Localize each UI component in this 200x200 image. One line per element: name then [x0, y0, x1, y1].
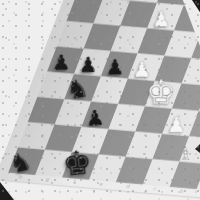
file-label-e: e	[86, 180, 116, 189]
file-label-g: g	[33, 175, 63, 184]
printed-bishop-mark-icon: ♗	[178, 146, 193, 163]
photo-canvas: ♟♟♟♟♟♞♚♟♟♞♚ hgfedcba ♗	[0, 0, 200, 200]
chess-board: ♟♟♟♟♟♞♚♟♟♞♚ hgfedcba	[0, 0, 200, 200]
piece-black-king[interactable]: ♚	[61, 146, 91, 181]
file-label-c: c	[140, 184, 170, 193]
piece-white-pawn[interactable]: ♟	[163, 115, 190, 136]
piece-white-pawn[interactable]: ♟	[148, 9, 175, 30]
piece-black-pawn[interactable]: ♟	[102, 58, 129, 79]
file-label-b: b	[167, 187, 197, 196]
file-label-a: a	[194, 189, 200, 198]
table-corner-bottom-left	[0, 182, 14, 200]
file-label-d: d	[113, 182, 143, 191]
file-label-f: f	[59, 177, 89, 186]
piece-black-pawn[interactable]: ♟	[48, 53, 75, 74]
piece-white-king[interactable]: ♚	[146, 76, 173, 109]
file-label-h: h	[6, 173, 36, 182]
chess-board-squares: ♟♟♟♟♟♞♚♟♟♞♚	[8, 0, 200, 191]
piece-black-pawn[interactable]: ♟	[75, 55, 102, 76]
